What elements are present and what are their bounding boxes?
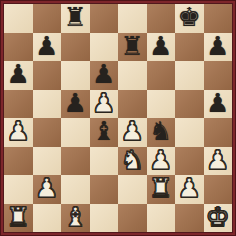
square-d5[interactable]: ♟ bbox=[90, 90, 119, 119]
square-b3[interactable] bbox=[33, 147, 62, 176]
square-h8[interactable] bbox=[204, 4, 233, 33]
square-g2[interactable]: ♟ bbox=[175, 175, 204, 204]
square-a8[interactable] bbox=[4, 4, 33, 33]
piece-black-bishop[interactable]: ♝ bbox=[92, 118, 115, 144]
square-e3[interactable]: ♞ bbox=[118, 147, 147, 176]
piece-black-pawn[interactable]: ♟ bbox=[149, 33, 172, 59]
square-b7[interactable]: ♟ bbox=[33, 33, 62, 62]
chess-board-frame: ♜♚♟♜♟♟♟♟♟♟♟♟♝♟♞♞♟♟♟♜♟♜♝♚ bbox=[0, 0, 236, 236]
square-e4[interactable]: ♟ bbox=[118, 118, 147, 147]
piece-white-pawn[interactable]: ♟ bbox=[7, 118, 30, 144]
square-d6[interactable]: ♟ bbox=[90, 61, 119, 90]
square-b2[interactable]: ♟ bbox=[33, 175, 62, 204]
square-b5[interactable] bbox=[33, 90, 62, 119]
square-b6[interactable] bbox=[33, 61, 62, 90]
square-h2[interactable] bbox=[204, 175, 233, 204]
square-e6[interactable] bbox=[118, 61, 147, 90]
piece-white-bishop[interactable]: ♝ bbox=[64, 204, 87, 230]
square-d4[interactable]: ♝ bbox=[90, 118, 119, 147]
piece-black-pawn[interactable]: ♟ bbox=[7, 61, 30, 87]
piece-black-king[interactable]: ♚ bbox=[178, 4, 201, 30]
piece-black-knight[interactable]: ♞ bbox=[149, 118, 172, 144]
square-e1[interactable] bbox=[118, 204, 147, 233]
square-a2[interactable] bbox=[4, 175, 33, 204]
piece-black-pawn[interactable]: ♟ bbox=[64, 90, 87, 116]
piece-white-pawn[interactable]: ♟ bbox=[149, 147, 172, 173]
piece-black-rook[interactable]: ♜ bbox=[121, 33, 144, 59]
square-g6[interactable] bbox=[175, 61, 204, 90]
square-b8[interactable] bbox=[33, 4, 62, 33]
square-d8[interactable] bbox=[90, 4, 119, 33]
square-d1[interactable] bbox=[90, 204, 119, 233]
square-h3[interactable]: ♟ bbox=[204, 147, 233, 176]
square-f2[interactable]: ♜ bbox=[147, 175, 176, 204]
piece-black-pawn[interactable]: ♟ bbox=[35, 33, 58, 59]
piece-white-rook[interactable]: ♜ bbox=[7, 204, 30, 230]
piece-white-rook[interactable]: ♜ bbox=[149, 175, 172, 201]
piece-white-king[interactable]: ♚ bbox=[206, 204, 229, 230]
square-c6[interactable] bbox=[61, 61, 90, 90]
square-g3[interactable] bbox=[175, 147, 204, 176]
square-g7[interactable] bbox=[175, 33, 204, 62]
square-h1[interactable]: ♚ bbox=[204, 204, 233, 233]
square-g8[interactable]: ♚ bbox=[175, 4, 204, 33]
square-c7[interactable] bbox=[61, 33, 90, 62]
piece-white-pawn[interactable]: ♟ bbox=[92, 90, 115, 116]
square-h4[interactable] bbox=[204, 118, 233, 147]
square-e8[interactable] bbox=[118, 4, 147, 33]
piece-white-pawn[interactable]: ♟ bbox=[178, 175, 201, 201]
square-d2[interactable] bbox=[90, 175, 119, 204]
square-e2[interactable] bbox=[118, 175, 147, 204]
square-a3[interactable] bbox=[4, 147, 33, 176]
piece-black-pawn[interactable]: ♟ bbox=[92, 61, 115, 87]
piece-white-pawn[interactable]: ♟ bbox=[35, 175, 58, 201]
chess-board: ♜♚♟♜♟♟♟♟♟♟♟♟♝♟♞♞♟♟♟♜♟♜♝♚ bbox=[4, 4, 232, 232]
square-d3[interactable] bbox=[90, 147, 119, 176]
square-d7[interactable] bbox=[90, 33, 119, 62]
square-g4[interactable] bbox=[175, 118, 204, 147]
square-c1[interactable]: ♝ bbox=[61, 204, 90, 233]
square-g1[interactable] bbox=[175, 204, 204, 233]
square-e7[interactable]: ♜ bbox=[118, 33, 147, 62]
piece-white-knight[interactable]: ♞ bbox=[121, 147, 144, 173]
square-c3[interactable] bbox=[61, 147, 90, 176]
square-a7[interactable] bbox=[4, 33, 33, 62]
square-f6[interactable] bbox=[147, 61, 176, 90]
square-a1[interactable]: ♜ bbox=[4, 204, 33, 233]
piece-white-pawn[interactable]: ♟ bbox=[206, 147, 229, 173]
square-g5[interactable] bbox=[175, 90, 204, 119]
piece-black-pawn[interactable]: ♟ bbox=[206, 33, 229, 59]
piece-black-rook[interactable]: ♜ bbox=[64, 4, 87, 30]
square-b1[interactable] bbox=[33, 204, 62, 233]
square-e5[interactable] bbox=[118, 90, 147, 119]
square-h7[interactable]: ♟ bbox=[204, 33, 233, 62]
square-b4[interactable] bbox=[33, 118, 62, 147]
square-f1[interactable] bbox=[147, 204, 176, 233]
square-f7[interactable]: ♟ bbox=[147, 33, 176, 62]
square-a4[interactable]: ♟ bbox=[4, 118, 33, 147]
square-f8[interactable] bbox=[147, 4, 176, 33]
square-a6[interactable]: ♟ bbox=[4, 61, 33, 90]
square-a5[interactable] bbox=[4, 90, 33, 119]
square-c4[interactable] bbox=[61, 118, 90, 147]
piece-black-pawn[interactable]: ♟ bbox=[206, 90, 229, 116]
square-c5[interactable]: ♟ bbox=[61, 90, 90, 119]
square-h6[interactable] bbox=[204, 61, 233, 90]
square-c8[interactable]: ♜ bbox=[61, 4, 90, 33]
square-c2[interactable] bbox=[61, 175, 90, 204]
square-f4[interactable]: ♞ bbox=[147, 118, 176, 147]
piece-white-pawn[interactable]: ♟ bbox=[121, 118, 144, 144]
square-h5[interactable]: ♟ bbox=[204, 90, 233, 119]
square-f5[interactable] bbox=[147, 90, 176, 119]
square-f3[interactable]: ♟ bbox=[147, 147, 176, 176]
